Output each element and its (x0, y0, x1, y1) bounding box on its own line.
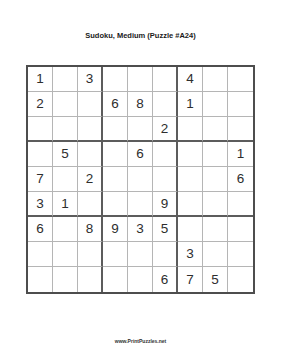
sudoku-cell (203, 117, 228, 142)
sudoku-cell (203, 67, 228, 92)
sudoku-cell (53, 267, 78, 292)
sudoku-cell: 6 (128, 142, 153, 167)
sudoku-cell (203, 242, 228, 267)
sudoku-cell (28, 142, 53, 167)
sudoku-cell (103, 242, 128, 267)
sudoku-cell (128, 117, 153, 142)
sudoku-cell (128, 267, 153, 292)
sudoku-cell: 9 (153, 192, 178, 217)
sudoku-cell (228, 92, 253, 117)
sudoku-cell (203, 92, 228, 117)
sudoku-cell: 5 (153, 217, 178, 242)
sudoku-cell (128, 192, 153, 217)
sudoku-cell: 8 (78, 217, 103, 242)
sudoku-cell (103, 267, 128, 292)
printable-sudoku-page: { "game": "sudoku", "title": "Sudoku, Me… (0, 0, 281, 363)
sudoku-cell (153, 142, 178, 167)
sudoku-cell: 3 (78, 67, 103, 92)
sudoku-cell (103, 167, 128, 192)
sudoku-cell (153, 92, 178, 117)
sudoku-cell (28, 242, 53, 267)
sudoku-cell (153, 67, 178, 92)
sudoku-grid: 13426812561726319689353675 (26, 65, 255, 294)
sudoku-cell (178, 192, 203, 217)
sudoku-cell (78, 242, 103, 267)
sudoku-cell: 7 (178, 267, 203, 292)
page-title: Sudoku, Medium (Puzzle #A24) (0, 31, 281, 40)
sudoku-cell (53, 92, 78, 117)
sudoku-cell: 1 (228, 142, 253, 167)
sudoku-cell: 4 (178, 67, 203, 92)
sudoku-cell (153, 167, 178, 192)
sudoku-cell: 2 (78, 167, 103, 192)
sudoku-cell (178, 142, 203, 167)
sudoku-cell (53, 167, 78, 192)
sudoku-cell (53, 217, 78, 242)
sudoku-cell (78, 142, 103, 167)
sudoku-cell (203, 192, 228, 217)
sudoku-cell (228, 217, 253, 242)
sudoku-cell (203, 217, 228, 242)
sudoku-cell (103, 67, 128, 92)
sudoku-cell (53, 67, 78, 92)
sudoku-cell: 2 (28, 92, 53, 117)
sudoku-cell (128, 167, 153, 192)
sudoku-cell (78, 117, 103, 142)
sudoku-cell (203, 167, 228, 192)
sudoku-cell: 3 (28, 192, 53, 217)
sudoku-cell (178, 167, 203, 192)
sudoku-cell (128, 242, 153, 267)
sudoku-cell (28, 267, 53, 292)
sudoku-cell: 2 (153, 117, 178, 142)
sudoku-cell: 9 (103, 217, 128, 242)
sudoku-cell (228, 192, 253, 217)
sudoku-cell (103, 192, 128, 217)
sudoku-cell (153, 242, 178, 267)
sudoku-cell (128, 67, 153, 92)
sudoku-cell (78, 92, 103, 117)
sudoku-cell (228, 67, 253, 92)
sudoku-cell: 3 (178, 242, 203, 267)
sudoku-cell (78, 267, 103, 292)
sudoku-cell: 5 (203, 267, 228, 292)
sudoku-cell (53, 117, 78, 142)
sudoku-cell: 7 (28, 167, 53, 192)
sudoku-cell: 1 (28, 67, 53, 92)
sudoku-cell (178, 217, 203, 242)
sudoku-cell: 6 (228, 167, 253, 192)
sudoku-cell (203, 142, 228, 167)
sudoku-cell: 6 (103, 92, 128, 117)
sudoku-cell: 3 (128, 217, 153, 242)
sudoku-cell (228, 267, 253, 292)
sudoku-cell (228, 117, 253, 142)
sudoku-cell (53, 242, 78, 267)
sudoku-cell: 5 (53, 142, 78, 167)
sudoku-cell (78, 192, 103, 217)
sudoku-cell: 6 (28, 217, 53, 242)
sudoku-cell (228, 242, 253, 267)
sudoku-cell (103, 142, 128, 167)
footer-site-label: www.PrintPuzzles.net (0, 338, 281, 344)
sudoku-cell (28, 117, 53, 142)
sudoku-cell: 1 (53, 192, 78, 217)
sudoku-cell: 1 (178, 92, 203, 117)
sudoku-cell (178, 117, 203, 142)
sudoku-cell (103, 117, 128, 142)
sudoku-cell: 8 (128, 92, 153, 117)
sudoku-cell: 6 (153, 267, 178, 292)
